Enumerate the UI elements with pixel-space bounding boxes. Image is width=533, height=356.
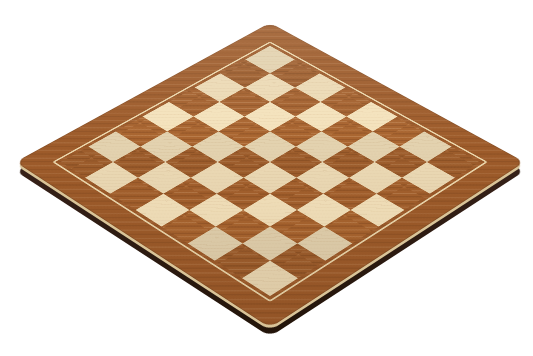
squares-grid <box>61 46 480 296</box>
board-top-layer <box>0 0 533 356</box>
chessboard-scene <box>0 0 533 356</box>
board-frame <box>15 23 524 328</box>
